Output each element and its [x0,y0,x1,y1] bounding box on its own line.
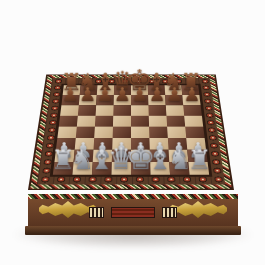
square-d4 [113,127,131,138]
square-d5 [113,116,131,127]
square-h1: ♜ [188,162,209,175]
square-f6 [148,105,166,116]
board-grid: ♜♞♝♛♚♝♞♜♟♟♟♟♟♟♟♟♟♟♟♟♟♟♟♟♜♞♝♛♚♝♞♜ [53,85,209,174]
square-a6 [60,105,79,116]
board-inner-frame: ♜♞♝♛♚♝♞♜♟♟♟♟♟♟♟♟♟♟♟♟♟♟♟♟♜♞♝♛♚♝♞♜ [50,84,213,177]
mosaic-front-stripe [28,194,238,199]
square-h6 [183,105,202,116]
product-photo: ♜♞♝♛♚♝♞♜♟♟♟♟♟♟♟♟♟♟♟♟♟♟♟♟♜♞♝♛♚♝♞♜ [0,0,265,265]
square-c6 [96,105,114,116]
square-e6 [131,105,149,116]
square-g4 [167,127,186,138]
square-g6 [166,105,184,116]
brass-clasp-right [169,201,227,218]
square-e4 [131,127,149,138]
square-d6 [113,105,131,116]
box-front-panel [28,194,238,226]
piece-silver-rook: ♜ [183,147,216,174]
square-b5 [77,116,96,127]
square-f5 [149,116,167,127]
front-inlay-motif-right [162,207,177,218]
front-inlay-motif-left [89,207,104,218]
square-e5 [131,116,149,127]
piece-copper-pawn: ♟ [177,86,207,105]
square-a5 [59,116,78,127]
front-inlay-row [89,207,177,218]
mosaic-border-motif-band: ♜♞♝♛♚♝♞♜♟♟♟♟♟♟♟♟♟♟♟♟♟♟♟♟♜♞♝♛♚♝♞♜ [37,78,225,184]
square-b4 [76,127,95,138]
square-b6 [78,105,96,116]
square-c5 [95,116,113,127]
square-a4 [57,127,76,138]
square-c4 [94,127,113,138]
chess-board: ♜♞♝♛♚♝♞♜♟♟♟♟♟♟♟♟♟♟♟♟♟♟♟♟♜♞♝♛♚♝♞♜ [28,74,234,190]
front-inlay-red-band [111,207,155,218]
square-h7: ♟ [182,95,200,105]
box-base [25,226,241,235]
square-f4 [149,127,168,138]
square-g5 [166,116,185,127]
square-h5 [184,116,203,127]
square-h4 [185,127,204,138]
